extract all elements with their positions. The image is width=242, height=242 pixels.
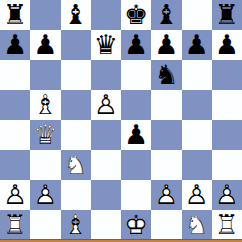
- square-c2[interactable]: [61, 180, 91, 210]
- piece-glyph-outline: ♙: [182, 180, 212, 210]
- piece-white-pawn: ♟♙: [182, 180, 212, 210]
- square-g8[interactable]: [182, 0, 212, 30]
- square-f8[interactable]: ♝: [151, 0, 181, 30]
- square-c5[interactable]: [61, 90, 91, 120]
- square-d2[interactable]: [91, 180, 121, 210]
- square-c8[interactable]: ♝: [61, 0, 91, 30]
- piece-glyph-outline: ♗: [61, 210, 91, 240]
- piece-glyph-fill: ♜: [212, 0, 242, 30]
- piece-glyph-fill: ♟: [212, 30, 242, 60]
- square-f2[interactable]: ♟♙: [151, 180, 181, 210]
- piece-glyph-outline: ♘: [61, 150, 91, 180]
- piece-white-pawn: ♟♙: [151, 180, 181, 210]
- piece-black-bishop: ♝: [61, 0, 91, 30]
- piece-glyph-outline: ♗: [30, 90, 60, 120]
- square-f6[interactable]: ♞: [151, 60, 181, 90]
- square-h1[interactable]: ♜♖: [212, 210, 242, 240]
- square-a2[interactable]: ♟♙: [0, 180, 30, 210]
- square-e3[interactable]: [121, 150, 151, 180]
- square-h7[interactable]: ♟: [212, 30, 242, 60]
- square-d8[interactable]: [91, 0, 121, 30]
- piece-glyph-fill: ♟: [151, 30, 181, 60]
- piece-white-rook: ♜♖: [212, 210, 242, 240]
- piece-glyph-outline: ♙: [0, 180, 30, 210]
- square-b1[interactable]: [30, 210, 60, 240]
- square-e8[interactable]: ♚: [121, 0, 151, 30]
- square-b7[interactable]: ♟: [30, 30, 60, 60]
- piece-glyph-fill: ♛: [91, 30, 121, 60]
- piece-glyph-outline: ♙: [30, 180, 60, 210]
- square-a4[interactable]: [0, 120, 30, 150]
- piece-glyph-fill: ♜: [0, 0, 30, 30]
- piece-white-bishop: ♝♗: [61, 210, 91, 240]
- piece-glyph-outline: ♙: [151, 180, 181, 210]
- square-g3[interactable]: [182, 150, 212, 180]
- square-d1[interactable]: [91, 210, 121, 240]
- square-f4[interactable]: [151, 120, 181, 150]
- piece-black-king: ♚: [121, 0, 151, 30]
- square-g4[interactable]: [182, 120, 212, 150]
- piece-glyph-fill: ♚: [121, 0, 151, 30]
- square-f7[interactable]: ♟: [151, 30, 181, 60]
- square-c6[interactable]: [61, 60, 91, 90]
- square-a8[interactable]: ♜: [0, 0, 30, 30]
- square-b5[interactable]: ♝♗: [30, 90, 60, 120]
- square-b3[interactable]: [30, 150, 60, 180]
- square-a6[interactable]: [0, 60, 30, 90]
- piece-black-pawn: ♟: [212, 30, 242, 60]
- piece-glyph-fill: ♟: [0, 30, 30, 60]
- square-e6[interactable]: [121, 60, 151, 90]
- square-b2[interactable]: ♟♙: [30, 180, 60, 210]
- square-h4[interactable]: [212, 120, 242, 150]
- piece-glyph-fill: ♟: [121, 120, 151, 150]
- square-a7[interactable]: ♟: [0, 30, 30, 60]
- piece-glyph-fill: ♟: [121, 30, 151, 60]
- piece-white-knight: ♞♘: [182, 210, 212, 240]
- square-h3[interactable]: [212, 150, 242, 180]
- square-g7[interactable]: ♟: [182, 30, 212, 60]
- piece-glyph-outline: ♙: [91, 90, 121, 120]
- piece-black-knight: ♞: [151, 60, 181, 90]
- piece-black-pawn: ♟: [121, 30, 151, 60]
- piece-glyph-outline: ♖: [0, 210, 30, 240]
- square-a1[interactable]: ♜♖: [0, 210, 30, 240]
- square-d3[interactable]: [91, 150, 121, 180]
- piece-white-pawn: ♟♙: [30, 180, 60, 210]
- piece-white-rook: ♜♖: [0, 210, 30, 240]
- piece-white-pawn: ♟♙: [0, 180, 30, 210]
- piece-white-knight: ♞♘: [61, 150, 91, 180]
- square-f3[interactable]: [151, 150, 181, 180]
- square-f1[interactable]: [151, 210, 181, 240]
- piece-black-bishop: ♝: [151, 0, 181, 30]
- piece-glyph-fill: ♞: [151, 60, 181, 90]
- square-e1[interactable]: ♚♔: [121, 210, 151, 240]
- piece-white-pawn: ♟♙: [212, 180, 242, 210]
- square-e2[interactable]: [121, 180, 151, 210]
- piece-glyph-outline: ♕: [30, 120, 60, 150]
- piece-glyph-outline: ♘: [182, 210, 212, 240]
- piece-white-pawn: ♟♙: [91, 90, 121, 120]
- square-b6[interactable]: [30, 60, 60, 90]
- piece-black-pawn: ♟: [182, 30, 212, 60]
- square-h6[interactable]: [212, 60, 242, 90]
- square-h2[interactable]: ♟♙: [212, 180, 242, 210]
- board-grid: ♜♝♚♝♜♟♟♛♟♟♟♟♞♝♗♟♙♛♕♟♞♘♟♙♟♙♟♙♟♙♟♙♜♖♝♗♚♔♞♘…: [0, 0, 242, 240]
- square-h8[interactable]: ♜: [212, 0, 242, 30]
- piece-black-rook: ♜: [212, 0, 242, 30]
- square-g2[interactable]: ♟♙: [182, 180, 212, 210]
- piece-black-pawn: ♟: [151, 30, 181, 60]
- square-b8[interactable]: [30, 0, 60, 30]
- square-g5[interactable]: [182, 90, 212, 120]
- piece-black-pawn: ♟: [0, 30, 30, 60]
- square-c4[interactable]: [61, 120, 91, 150]
- square-f5[interactable]: [151, 90, 181, 120]
- piece-black-pawn: ♟: [30, 30, 60, 60]
- square-d7[interactable]: ♛: [91, 30, 121, 60]
- square-d4[interactable]: [91, 120, 121, 150]
- square-e7[interactable]: ♟: [121, 30, 151, 60]
- square-c1[interactable]: ♝♗: [61, 210, 91, 240]
- piece-glyph-fill: ♝: [151, 0, 181, 30]
- square-g1[interactable]: ♞♘: [182, 210, 212, 240]
- piece-glyph-outline: ♔: [121, 210, 151, 240]
- piece-glyph-fill: ♝: [61, 0, 91, 30]
- square-b4[interactable]: ♛♕: [30, 120, 60, 150]
- square-c3[interactable]: ♞♘: [61, 150, 91, 180]
- square-e5[interactable]: [121, 90, 151, 120]
- piece-black-queen: ♛: [91, 30, 121, 60]
- square-c7[interactable]: [61, 30, 91, 60]
- square-h5[interactable]: [212, 90, 242, 120]
- piece-white-king: ♚♔: [121, 210, 151, 240]
- square-g6[interactable]: [182, 60, 212, 90]
- piece-black-rook: ♜: [0, 0, 30, 30]
- square-d6[interactable]: [91, 60, 121, 90]
- square-a5[interactable]: [0, 90, 30, 120]
- square-a3[interactable]: [0, 150, 30, 180]
- chess-board: ♜♝♚♝♜♟♟♛♟♟♟♟♞♝♗♟♙♛♕♟♞♘♟♙♟♙♟♙♟♙♟♙♜♖♝♗♚♔♞♘…: [0, 0, 242, 242]
- piece-glyph-fill: ♟: [182, 30, 212, 60]
- piece-white-queen: ♛♕: [30, 120, 60, 150]
- square-e4[interactable]: ♟: [121, 120, 151, 150]
- piece-glyph-outline: ♖: [212, 210, 242, 240]
- piece-glyph-fill: ♟: [30, 30, 60, 60]
- piece-black-pawn: ♟: [121, 120, 151, 150]
- square-d5[interactable]: ♟♙: [91, 90, 121, 120]
- piece-white-bishop: ♝♗: [30, 90, 60, 120]
- piece-glyph-outline: ♙: [212, 180, 242, 210]
